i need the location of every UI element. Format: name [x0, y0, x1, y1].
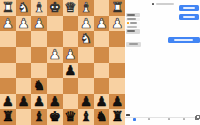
toolbar-icon-1[interactable]	[148, 118, 151, 121]
square-a7[interactable]: ♟	[109, 94, 125, 110]
square-b8[interactable]: ♞	[94, 109, 110, 125]
square-b6[interactable]	[94, 78, 110, 94]
header-favicon-icon	[152, 3, 155, 6]
app-window: ♜♞♝♚♛♝♜♟♟♟♟♟♟♞♟♟♟♞♟♟♟♟♟♟♟♜♝♚♛♝♞♜	[0, 0, 200, 125]
square-c4[interactable]	[78, 47, 94, 63]
chess-board: ♜♞♝♚♛♝♜♟♟♟♟♟♟♞♟♟♟♞♟♟♟♟♟♟♟♜♝♚♛♝♞♜	[0, 0, 125, 125]
sidebar-control-4[interactable]	[126, 25, 140, 28]
bottom-left-text-mark	[126, 114, 131, 116]
square-f1[interactable]: ♝	[31, 0, 47, 16]
square-c5[interactable]	[78, 63, 94, 79]
piece-black-pawn: ♟	[64, 63, 76, 79]
square-h2[interactable]: ♟	[0, 16, 16, 32]
square-g4[interactable]	[16, 47, 32, 63]
square-d5[interactable]: ♟	[63, 63, 79, 79]
square-c7[interactable]: ♟	[78, 94, 94, 110]
square-f7[interactable]: ♟	[31, 94, 47, 110]
top-blue-button-1[interactable]	[179, 5, 199, 12]
square-f8[interactable]: ♝	[31, 109, 47, 125]
piece-black-bishop: ♝	[80, 109, 92, 125]
square-h1[interactable]: ♜	[0, 0, 16, 16]
square-f4[interactable]	[31, 47, 47, 63]
square-b2[interactable]: ♟	[94, 16, 110, 32]
square-d7[interactable]	[63, 94, 79, 110]
piece-black-pawn: ♟	[96, 94, 108, 110]
square-h6[interactable]	[0, 78, 16, 94]
square-a1[interactable]: ♜	[109, 0, 125, 16]
square-e6[interactable]	[47, 78, 63, 94]
wide-blue-button[interactable]	[168, 37, 200, 43]
piece-white-pawn: ♟	[49, 47, 61, 63]
piece-black-bishop: ♝	[33, 109, 45, 125]
overlapping-squares-icon[interactable]	[195, 115, 199, 118]
square-f5[interactable]	[31, 63, 47, 79]
square-c3[interactable]: ♞	[78, 31, 94, 47]
warning-icon	[127, 22, 129, 24]
header-title-illegible	[156, 3, 174, 6]
square-e2[interactable]	[47, 16, 63, 32]
piece-white-pawn: ♟	[64, 47, 76, 63]
piece-white-pawn: ♟	[96, 16, 108, 32]
square-g3[interactable]	[16, 31, 32, 47]
square-c1[interactable]: ♝	[78, 0, 94, 16]
button-text-illegible	[183, 16, 195, 18]
square-h3[interactable]	[0, 31, 16, 47]
sidebar-control-5[interactable]	[126, 29, 140, 33]
square-b5[interactable]	[94, 63, 110, 79]
piece-white-knight: ♞	[17, 0, 29, 16]
piece-black-rook: ♜	[2, 109, 14, 125]
square-d8[interactable]: ♛	[63, 109, 79, 125]
piece-black-pawn: ♟	[17, 94, 29, 110]
piece-white-queen: ♛	[64, 0, 76, 16]
square-b1[interactable]	[94, 0, 110, 16]
button-text-illegible	[174, 39, 193, 41]
sidebar-control-1[interactable]	[126, 13, 140, 17]
square-f6[interactable]: ♞	[31, 78, 47, 94]
control-text-illegible	[130, 22, 137, 24]
square-e8[interactable]: ♚	[47, 109, 63, 125]
square-b4[interactable]	[94, 47, 110, 63]
square-e1[interactable]: ♚	[47, 0, 63, 16]
piece-white-pawn: ♟	[111, 16, 123, 32]
square-e5[interactable]	[47, 63, 63, 79]
square-h4[interactable]	[0, 47, 16, 63]
piece-white-pawn: ♟	[33, 16, 45, 32]
control-text-illegible	[127, 18, 136, 20]
square-d3[interactable]	[63, 31, 79, 47]
control-text-illegible	[127, 14, 135, 16]
piece-black-knight: ♞	[96, 109, 108, 125]
control-text-illegible	[127, 26, 137, 28]
piece-black-king: ♚	[49, 109, 61, 125]
square-a4[interactable]	[109, 47, 125, 63]
square-g2[interactable]: ♟	[16, 16, 32, 32]
square-e4[interactable]: ♟	[47, 47, 63, 63]
square-d6[interactable]	[63, 78, 79, 94]
piece-white-pawn: ♟	[2, 16, 14, 32]
piece-white-pawn: ♟	[80, 16, 92, 32]
square-g6[interactable]	[16, 78, 32, 94]
piece-black-queen: ♛	[64, 109, 76, 125]
square-b3[interactable]	[94, 31, 110, 47]
square-e7[interactable]: ♟	[47, 94, 63, 110]
piece-black-pawn: ♟	[49, 94, 61, 110]
square-c6[interactable]	[78, 78, 94, 94]
square-h8[interactable]: ♜	[0, 109, 16, 125]
square-b7[interactable]: ♟	[94, 94, 110, 110]
piece-white-bishop: ♝	[80, 0, 92, 16]
square-a5[interactable]	[109, 63, 125, 79]
piece-black-pawn: ♟	[2, 94, 14, 110]
square-d2[interactable]	[63, 16, 79, 32]
toolbar-icon-2[interactable]	[168, 118, 171, 121]
square-a3[interactable]	[109, 31, 125, 47]
piece-black-pawn: ♟	[80, 94, 92, 110]
sidebar-control-2[interactable]	[126, 18, 140, 21]
button-text-illegible	[129, 43, 138, 45]
piece-white-rook: ♜	[111, 0, 123, 16]
square-a2[interactable]: ♟	[109, 16, 125, 32]
top-blue-button-2[interactable]	[179, 14, 199, 21]
square-d1[interactable]: ♛	[63, 0, 79, 16]
square-g1[interactable]: ♞	[16, 0, 32, 16]
piece-white-rook: ♜	[2, 0, 14, 16]
square-e3[interactable]	[47, 31, 63, 47]
control-text-illegible	[127, 30, 135, 32]
piece-black-rook: ♜	[111, 109, 123, 125]
piece-black-pawn: ♟	[33, 94, 45, 110]
side-panel	[125, 0, 200, 125]
square-h5[interactable]	[0, 63, 16, 79]
square-d4[interactable]: ♟	[63, 47, 79, 63]
bottom-divider	[125, 117, 200, 118]
square-c2[interactable]: ♟	[78, 16, 94, 32]
piece-black-knight: ♞	[33, 78, 45, 94]
piece-white-knight: ♞	[80, 31, 92, 47]
square-f3[interactable]	[31, 31, 47, 47]
piece-white-pawn: ♟	[17, 16, 29, 32]
square-g7[interactable]: ♟	[16, 94, 32, 110]
gray-button[interactable]	[126, 42, 141, 47]
piece-black-pawn: ♟	[111, 94, 123, 110]
square-g5[interactable]	[16, 63, 32, 79]
piece-white-bishop: ♝	[33, 0, 45, 16]
button-text-illegible	[183, 7, 195, 9]
square-g8[interactable]	[16, 109, 32, 125]
square-a6[interactable]	[109, 78, 125, 94]
square-a8[interactable]: ♜	[109, 109, 125, 125]
square-h7[interactable]: ♟	[0, 94, 16, 110]
square-c8[interactable]: ♝	[78, 109, 94, 125]
toolbar-icon-3[interactable]	[183, 118, 186, 121]
square-f2[interactable]: ♟	[31, 16, 47, 32]
blue-toolbar-icon[interactable]	[133, 118, 136, 122]
piece-white-king: ♚	[49, 0, 61, 16]
